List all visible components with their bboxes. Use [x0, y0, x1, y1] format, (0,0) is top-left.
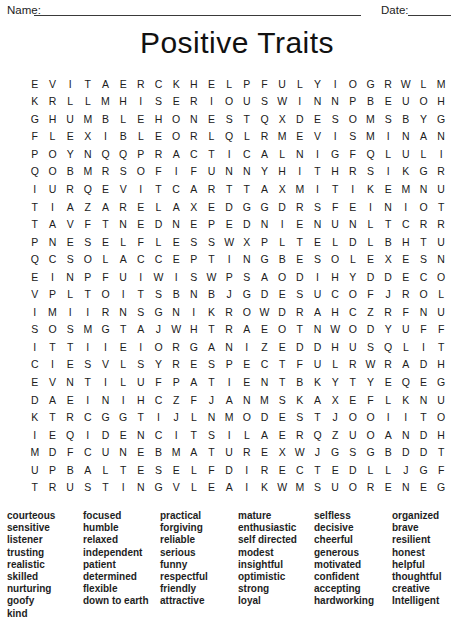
grid-cell[interactable]: U: [26, 461, 44, 479]
grid-cell[interactable]: U: [432, 233, 450, 251]
grid-cell[interactable]: D: [256, 285, 274, 303]
grid-cell[interactable]: C: [79, 443, 97, 461]
grid-cell[interactable]: D: [415, 356, 433, 374]
grid-cell[interactable]: B: [97, 110, 115, 128]
grid-cell[interactable]: N: [291, 145, 309, 163]
grid-cell[interactable]: S: [362, 338, 380, 356]
grid-cell[interactable]: A: [44, 215, 62, 233]
grid-cell[interactable]: Y: [344, 268, 362, 286]
grid-cell[interactable]: N: [203, 408, 221, 426]
grid-cell[interactable]: I: [220, 373, 238, 391]
grid-cell[interactable]: I: [79, 391, 97, 409]
grid-cell[interactable]: F: [203, 461, 221, 479]
grid-cell[interactable]: E: [97, 180, 115, 198]
grid-cell[interactable]: A: [185, 443, 203, 461]
grid-cell[interactable]: T: [203, 145, 221, 163]
grid-cell[interactable]: G: [362, 75, 380, 93]
grid-cell[interactable]: M: [167, 443, 185, 461]
grid-cell[interactable]: C: [256, 356, 274, 374]
grid-cell[interactable]: G: [97, 408, 115, 426]
grid-cell[interactable]: C: [79, 408, 97, 426]
grid-cell[interactable]: L: [61, 285, 79, 303]
grid-cell[interactable]: R: [44, 93, 62, 111]
grid-cell[interactable]: F: [344, 145, 362, 163]
grid-cell[interactable]: S: [415, 250, 433, 268]
grid-cell[interactable]: R: [44, 478, 62, 496]
grid-cell[interactable]: I: [150, 408, 168, 426]
grid-cell[interactable]: E: [291, 250, 309, 268]
grid-cell[interactable]: L: [379, 461, 397, 479]
grid-cell[interactable]: R: [291, 198, 309, 216]
grid-cell[interactable]: E: [203, 478, 221, 496]
grid-cell[interactable]: S: [185, 233, 203, 251]
grid-cell[interactable]: O: [344, 478, 362, 496]
grid-cell[interactable]: T: [97, 478, 115, 496]
grid-cell[interactable]: E: [273, 338, 291, 356]
grid-cell[interactable]: K: [26, 93, 44, 111]
grid-cell[interactable]: L: [44, 128, 62, 146]
grid-cell[interactable]: L: [291, 75, 309, 93]
grid-cell[interactable]: I: [220, 250, 238, 268]
grid-cell[interactable]: B: [379, 233, 397, 251]
grid-cell[interactable]: K: [397, 391, 415, 409]
grid-cell[interactable]: L: [379, 145, 397, 163]
grid-cell[interactable]: O: [344, 408, 362, 426]
grid-cell[interactable]: F: [26, 128, 44, 146]
grid-cell[interactable]: U: [114, 268, 132, 286]
grid-cell[interactable]: O: [167, 128, 185, 146]
grid-cell[interactable]: T: [238, 180, 256, 198]
grid-cell[interactable]: L: [397, 338, 415, 356]
grid-cell[interactable]: P: [79, 268, 97, 286]
grid-cell[interactable]: G: [114, 408, 132, 426]
grid-cell[interactable]: F: [362, 391, 380, 409]
grid-cell[interactable]: P: [185, 250, 203, 268]
grid-cell[interactable]: F: [397, 303, 415, 321]
grid-cell[interactable]: O: [344, 321, 362, 339]
grid-cell[interactable]: F: [326, 198, 344, 216]
grid-cell[interactable]: R: [61, 180, 79, 198]
grid-cell[interactable]: L: [185, 408, 203, 426]
grid-cell[interactable]: F: [415, 321, 433, 339]
grid-cell[interactable]: L: [362, 215, 380, 233]
grid-cell[interactable]: D: [220, 198, 238, 216]
grid-cell[interactable]: F: [150, 163, 168, 181]
grid-cell[interactable]: J: [167, 408, 185, 426]
grid-cell[interactable]: D: [344, 233, 362, 251]
grid-cell[interactable]: N: [309, 215, 327, 233]
grid-cell[interactable]: E: [273, 426, 291, 444]
grid-cell[interactable]: A: [309, 391, 327, 409]
grid-cell[interactable]: H: [326, 163, 344, 181]
grid-cell[interactable]: W: [220, 233, 238, 251]
grid-cell[interactable]: M: [291, 180, 309, 198]
grid-cell[interactable]: S: [273, 391, 291, 409]
grid-cell[interactable]: I: [415, 338, 433, 356]
grid-cell[interactable]: F: [185, 391, 203, 409]
grid-cell[interactable]: E: [167, 461, 185, 479]
grid-cell[interactable]: P: [344, 93, 362, 111]
grid-cell[interactable]: G: [256, 250, 274, 268]
grid-cell[interactable]: U: [397, 93, 415, 111]
grid-cell[interactable]: S: [150, 461, 168, 479]
grid-cell[interactable]: S: [203, 426, 221, 444]
grid-cell[interactable]: E: [220, 215, 238, 233]
grid-cell[interactable]: B: [167, 285, 185, 303]
grid-cell[interactable]: I: [167, 163, 185, 181]
grid-cell[interactable]: C: [185, 145, 203, 163]
grid-cell[interactable]: R: [397, 285, 415, 303]
grid-cell[interactable]: W: [256, 303, 274, 321]
grid-cell[interactable]: A: [114, 250, 132, 268]
grid-cell[interactable]: I: [309, 268, 327, 286]
grid-cell[interactable]: T: [26, 478, 44, 496]
grid-cell[interactable]: L: [79, 93, 97, 111]
grid-cell[interactable]: E: [132, 110, 150, 128]
grid-cell[interactable]: T: [26, 215, 44, 233]
grid-cell[interactable]: U: [273, 75, 291, 93]
grid-cell[interactable]: C: [44, 250, 62, 268]
grid-cell[interactable]: K: [167, 75, 185, 93]
grid-cell[interactable]: W: [273, 478, 291, 496]
grid-cell[interactable]: Z: [256, 338, 274, 356]
grid-cell[interactable]: T: [220, 180, 238, 198]
grid-cell[interactable]: S: [132, 303, 150, 321]
grid-cell[interactable]: O: [220, 93, 238, 111]
grid-cell[interactable]: R: [379, 75, 397, 93]
grid-cell[interactable]: B: [203, 285, 221, 303]
grid-cell[interactable]: H: [326, 303, 344, 321]
grid-cell[interactable]: L: [150, 198, 168, 216]
grid-cell[interactable]: Z: [167, 391, 185, 409]
grid-cell[interactable]: U: [432, 391, 450, 409]
grid-cell[interactable]: N: [256, 215, 274, 233]
grid-cell[interactable]: V: [309, 128, 327, 146]
grid-cell[interactable]: X: [238, 233, 256, 251]
grid-cell[interactable]: I: [61, 75, 79, 93]
grid-cell[interactable]: I: [432, 145, 450, 163]
grid-cell[interactable]: M: [79, 163, 97, 181]
grid-cell[interactable]: Y: [415, 110, 433, 128]
grid-cell[interactable]: T: [132, 285, 150, 303]
grid-cell[interactable]: P: [132, 145, 150, 163]
grid-cell[interactable]: I: [291, 93, 309, 111]
grid-cell[interactable]: L: [150, 233, 168, 251]
grid-cell[interactable]: N: [238, 391, 256, 409]
grid-cell[interactable]: L: [97, 250, 115, 268]
grid-cell[interactable]: I: [238, 478, 256, 496]
grid-cell[interactable]: M: [220, 408, 238, 426]
grid-cell[interactable]: A: [309, 303, 327, 321]
grid-cell[interactable]: M: [397, 180, 415, 198]
grid-cell[interactable]: I: [291, 163, 309, 181]
grid-cell[interactable]: A: [185, 180, 203, 198]
grid-cell[interactable]: P: [26, 145, 44, 163]
grid-cell[interactable]: I: [44, 268, 62, 286]
grid-cell[interactable]: Y: [362, 373, 380, 391]
grid-cell[interactable]: I: [44, 198, 62, 216]
grid-cell[interactable]: E: [344, 391, 362, 409]
grid-cell[interactable]: N: [185, 110, 203, 128]
grid-cell[interactable]: E: [114, 426, 132, 444]
grid-cell[interactable]: R: [203, 180, 221, 198]
grid-cell[interactable]: O: [415, 198, 433, 216]
grid-cell[interactable]: O: [432, 268, 450, 286]
grid-cell[interactable]: J: [397, 461, 415, 479]
grid-cell[interactable]: T: [132, 408, 150, 426]
grid-cell[interactable]: W: [273, 93, 291, 111]
grid-cell[interactable]: N: [238, 250, 256, 268]
grid-cell[interactable]: N: [220, 338, 238, 356]
grid-cell[interactable]: Z: [79, 198, 97, 216]
grid-cell[interactable]: T: [415, 408, 433, 426]
grid-cell[interactable]: H: [132, 391, 150, 409]
grid-cell[interactable]: N: [61, 373, 79, 391]
grid-cell[interactable]: E: [61, 356, 79, 374]
grid-cell[interactable]: A: [167, 145, 185, 163]
grid-cell[interactable]: I: [97, 338, 115, 356]
grid-cell[interactable]: U: [432, 303, 450, 321]
grid-cell[interactable]: S: [203, 233, 221, 251]
grid-cell[interactable]: P: [44, 461, 62, 479]
grid-cell[interactable]: I: [397, 198, 415, 216]
grid-cell[interactable]: R: [150, 145, 168, 163]
grid-cell[interactable]: T: [344, 373, 362, 391]
grid-cell[interactable]: U: [238, 93, 256, 111]
grid-cell[interactable]: N: [238, 163, 256, 181]
grid-cell[interactable]: H: [44, 110, 62, 128]
grid-cell[interactable]: T: [203, 321, 221, 339]
grid-cell[interactable]: S: [362, 163, 380, 181]
grid-cell[interactable]: G: [432, 373, 450, 391]
grid-cell[interactable]: T: [326, 180, 344, 198]
grid-cell[interactable]: M: [79, 110, 97, 128]
grid-cell[interactable]: I: [309, 180, 327, 198]
grid-cell[interactable]: S: [238, 268, 256, 286]
grid-cell[interactable]: D: [415, 443, 433, 461]
grid-cell[interactable]: G: [26, 110, 44, 128]
grid-cell[interactable]: P: [220, 356, 238, 374]
grid-cell[interactable]: G: [97, 321, 115, 339]
grid-cell[interactable]: O: [344, 75, 362, 93]
grid-cell[interactable]: I: [26, 426, 44, 444]
grid-cell[interactable]: U: [220, 443, 238, 461]
grid-cell[interactable]: E: [309, 233, 327, 251]
grid-cell[interactable]: E: [26, 268, 44, 286]
grid-cell[interactable]: L: [362, 233, 380, 251]
grid-cell[interactable]: N: [344, 215, 362, 233]
grid-cell[interactable]: N: [79, 145, 97, 163]
grid-cell[interactable]: K: [256, 478, 274, 496]
grid-cell[interactable]: O: [362, 426, 380, 444]
grid-cell[interactable]: A: [220, 478, 238, 496]
grid-cell[interactable]: R: [256, 461, 274, 479]
grid-cell[interactable]: J: [150, 321, 168, 339]
grid-cell[interactable]: T: [273, 356, 291, 374]
grid-cell[interactable]: F: [97, 268, 115, 286]
grid-cell[interactable]: O: [44, 163, 62, 181]
grid-cell[interactable]: T: [150, 180, 168, 198]
grid-cell[interactable]: U: [326, 478, 344, 496]
grid-cell[interactable]: R: [344, 356, 362, 374]
grid-cell[interactable]: W: [326, 321, 344, 339]
grid-cell[interactable]: D: [397, 443, 415, 461]
grid-cell[interactable]: I: [114, 285, 132, 303]
grid-cell[interactable]: L: [185, 461, 203, 479]
grid-cell[interactable]: R: [291, 426, 309, 444]
grid-cell[interactable]: A: [97, 198, 115, 216]
grid-cell[interactable]: L: [415, 75, 433, 93]
grid-cell[interactable]: L: [326, 233, 344, 251]
grid-cell[interactable]: D: [344, 461, 362, 479]
grid-cell[interactable]: U: [432, 180, 450, 198]
grid-cell[interactable]: Q: [256, 110, 274, 128]
grid-cell[interactable]: Q: [26, 250, 44, 268]
grid-cell[interactable]: O: [79, 250, 97, 268]
grid-cell[interactable]: I: [326, 128, 344, 146]
grid-cell[interactable]: L: [326, 356, 344, 374]
grid-cell[interactable]: S: [379, 110, 397, 128]
grid-cell[interactable]: E: [344, 198, 362, 216]
grid-cell[interactable]: K: [26, 408, 44, 426]
grid-cell[interactable]: L: [220, 75, 238, 93]
grid-cell[interactable]: I: [79, 303, 97, 321]
grid-cell[interactable]: A: [185, 373, 203, 391]
grid-cell[interactable]: R: [220, 303, 238, 321]
grid-cell[interactable]: W: [397, 75, 415, 93]
grid-cell[interactable]: N: [220, 163, 238, 181]
grid-cell[interactable]: R: [344, 163, 362, 181]
grid-cell[interactable]: D: [238, 215, 256, 233]
grid-cell[interactable]: L: [97, 461, 115, 479]
grid-cell[interactable]: D: [291, 268, 309, 286]
grid-cell[interactable]: A: [256, 180, 274, 198]
grid-cell[interactable]: B: [150, 443, 168, 461]
grid-cell[interactable]: X: [185, 198, 203, 216]
grid-cell[interactable]: J: [203, 391, 221, 409]
grid-cell[interactable]: E: [167, 233, 185, 251]
grid-cell[interactable]: Q: [61, 426, 79, 444]
grid-cell[interactable]: B: [397, 110, 415, 128]
grid-cell[interactable]: G: [150, 478, 168, 496]
grid-cell[interactable]: M: [79, 321, 97, 339]
grid-cell[interactable]: N: [114, 443, 132, 461]
grid-cell[interactable]: S: [79, 356, 97, 374]
grid-cell[interactable]: P: [44, 285, 62, 303]
grid-cell[interactable]: T: [61, 338, 79, 356]
grid-cell[interactable]: U: [203, 163, 221, 181]
grid-cell[interactable]: R: [238, 443, 256, 461]
grid-cell[interactable]: E: [167, 250, 185, 268]
grid-cell[interactable]: E: [167, 93, 185, 111]
grid-cell[interactable]: H: [432, 356, 450, 374]
grid-cell[interactable]: I: [326, 75, 344, 93]
grid-cell[interactable]: H: [326, 268, 344, 286]
grid-cell[interactable]: I: [97, 373, 115, 391]
grid-cell[interactable]: I: [132, 338, 150, 356]
grid-cell[interactable]: I: [97, 128, 115, 146]
grid-cell[interactable]: T: [114, 461, 132, 479]
grid-cell[interactable]: L: [415, 145, 433, 163]
grid-cell[interactable]: O: [44, 321, 62, 339]
grid-cell[interactable]: C: [238, 145, 256, 163]
grid-cell[interactable]: H: [185, 75, 203, 93]
grid-cell[interactable]: E: [309, 110, 327, 128]
grid-cell[interactable]: N: [185, 285, 203, 303]
grid-cell[interactable]: Q: [309, 426, 327, 444]
grid-cell[interactable]: I: [397, 408, 415, 426]
grid-cell[interactable]: I: [203, 93, 221, 111]
name-blank-line[interactable]: [34, 3, 361, 16]
grid-cell[interactable]: N: [97, 391, 115, 409]
grid-cell[interactable]: U: [344, 426, 362, 444]
grid-cell[interactable]: E: [44, 426, 62, 444]
grid-cell[interactable]: D: [362, 321, 380, 339]
grid-cell[interactable]: T: [273, 373, 291, 391]
grid-cell[interactable]: S: [344, 128, 362, 146]
grid-cell[interactable]: X: [273, 180, 291, 198]
grid-cell[interactable]: O: [344, 110, 362, 128]
grid-cell[interactable]: O: [167, 110, 185, 128]
grid-cell[interactable]: E: [26, 75, 44, 93]
grid-cell[interactable]: E: [379, 93, 397, 111]
grid-cell[interactable]: E: [114, 75, 132, 93]
grid-cell[interactable]: R: [432, 215, 450, 233]
grid-cell[interactable]: L: [344, 250, 362, 268]
grid-cell[interactable]: F: [291, 356, 309, 374]
grid-cell[interactable]: V: [44, 75, 62, 93]
grid-cell[interactable]: N: [397, 426, 415, 444]
grid-cell[interactable]: G: [362, 443, 380, 461]
grid-cell[interactable]: D: [379, 268, 397, 286]
grid-cell[interactable]: S: [114, 163, 132, 181]
grid-cell[interactable]: I: [344, 180, 362, 198]
grid-cell[interactable]: R: [415, 215, 433, 233]
grid-cell[interactable]: M: [291, 478, 309, 496]
grid-cell[interactable]: N: [132, 426, 150, 444]
grid-cell[interactable]: S: [326, 110, 344, 128]
grid-cell[interactable]: R: [167, 356, 185, 374]
grid-cell[interactable]: B: [61, 461, 79, 479]
grid-cell[interactable]: H: [273, 163, 291, 181]
grid-cell[interactable]: I: [379, 128, 397, 146]
grid-cell[interactable]: E: [291, 215, 309, 233]
grid-cell[interactable]: I: [114, 478, 132, 496]
grid-cell[interactable]: O: [432, 408, 450, 426]
grid-cell[interactable]: R: [432, 163, 450, 181]
grid-cell[interactable]: D: [273, 198, 291, 216]
grid-cell[interactable]: B: [379, 443, 397, 461]
grid-cell[interactable]: X: [273, 110, 291, 128]
grid-cell[interactable]: V: [26, 285, 44, 303]
grid-cell[interactable]: V: [44, 373, 62, 391]
grid-cell[interactable]: T: [79, 373, 97, 391]
grid-cell[interactable]: N: [309, 321, 327, 339]
grid-cell[interactable]: A: [61, 198, 79, 216]
grid-cell[interactable]: O: [132, 163, 150, 181]
grid-cell[interactable]: H: [150, 110, 168, 128]
grid-cell[interactable]: N: [432, 250, 450, 268]
grid-cell[interactable]: F: [185, 163, 203, 181]
grid-cell[interactable]: E: [61, 233, 79, 251]
grid-cell[interactable]: C: [150, 75, 168, 93]
grid-cell[interactable]: T: [432, 338, 450, 356]
grid-cell[interactable]: I: [132, 268, 150, 286]
grid-cell[interactable]: E: [132, 198, 150, 216]
grid-cell[interactable]: Y: [256, 163, 274, 181]
grid-cell[interactable]: A: [256, 426, 274, 444]
grid-cell[interactable]: I: [114, 391, 132, 409]
